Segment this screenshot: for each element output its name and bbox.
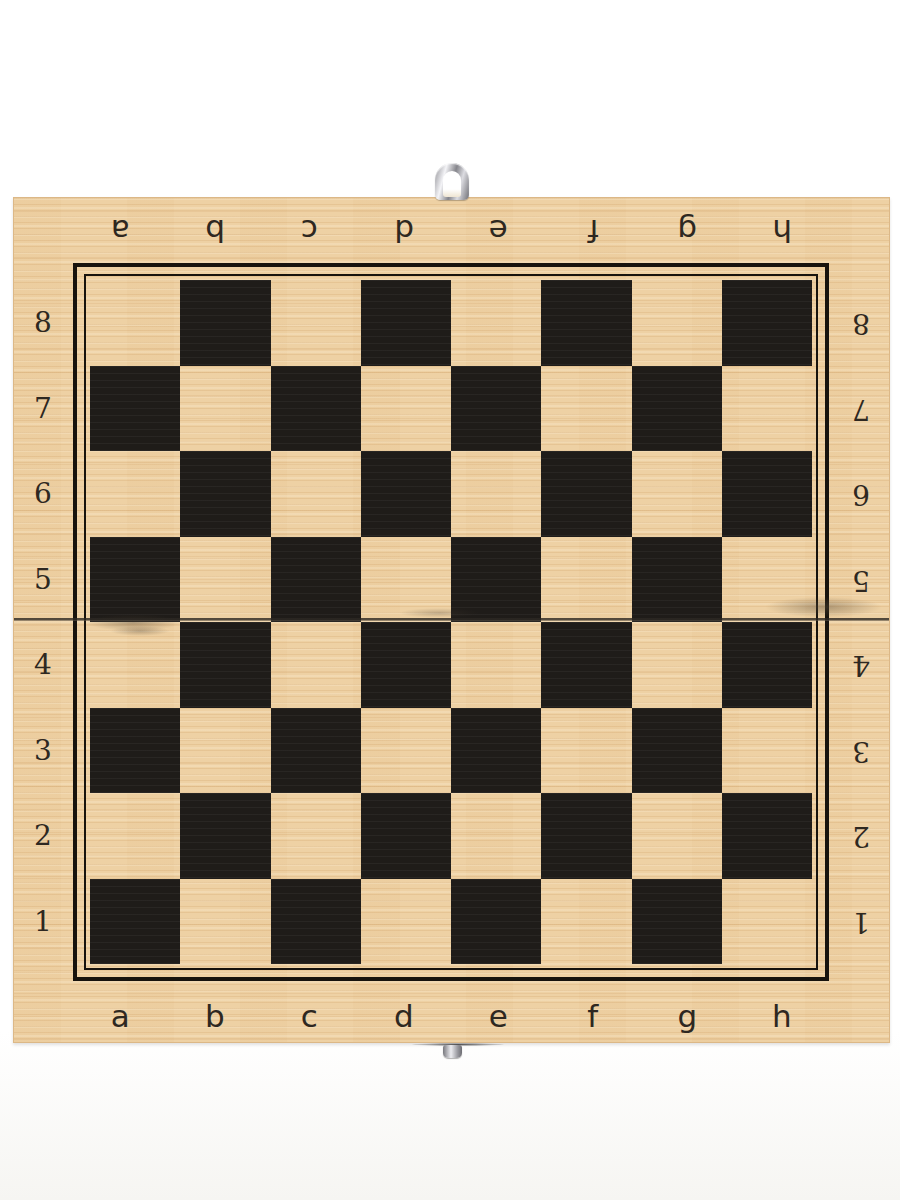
square-h2 bbox=[722, 793, 812, 879]
file-label-bottom-b: b bbox=[168, 993, 263, 1039]
square-e4 bbox=[451, 622, 541, 708]
rank-label-left-7: 7 bbox=[22, 366, 64, 452]
rank-label-right-7: 7 bbox=[840, 366, 882, 452]
square-a7 bbox=[90, 366, 180, 452]
square-d3 bbox=[361, 708, 451, 794]
square-f6 bbox=[541, 451, 631, 537]
square-f5 bbox=[541, 537, 631, 623]
square-f8 bbox=[541, 280, 631, 366]
square-g6 bbox=[632, 451, 722, 537]
squares-grid bbox=[90, 280, 812, 964]
file-label-bottom-e: e bbox=[451, 993, 546, 1039]
square-h4 bbox=[722, 622, 812, 708]
square-g1 bbox=[632, 879, 722, 965]
square-h7 bbox=[722, 366, 812, 452]
square-a6 bbox=[90, 451, 180, 537]
square-d4 bbox=[361, 622, 451, 708]
file-labels-bottom: abcdefgh bbox=[73, 993, 829, 1039]
clasp-hole bbox=[443, 171, 461, 197]
square-e7 bbox=[451, 366, 541, 452]
file-label-bottom-f: f bbox=[546, 993, 641, 1039]
square-h6 bbox=[722, 451, 812, 537]
square-d8 bbox=[361, 280, 451, 366]
rank-labels-left: 87654321 bbox=[22, 280, 64, 964]
square-g2 bbox=[632, 793, 722, 879]
file-label-top-d: d bbox=[357, 208, 452, 254]
rank-label-right-1: 1 bbox=[840, 879, 882, 965]
square-e2 bbox=[451, 793, 541, 879]
rank-labels-right: 87654321 bbox=[840, 280, 882, 964]
metal-clasp-loop bbox=[433, 163, 471, 200]
square-f2 bbox=[541, 793, 631, 879]
file-label-top-h: h bbox=[735, 208, 830, 254]
square-g7 bbox=[632, 366, 722, 452]
fold-seam bbox=[14, 618, 889, 621]
file-label-top-e: e bbox=[451, 208, 546, 254]
metal-clasp-pin bbox=[443, 1045, 462, 1058]
file-label-top-c: c bbox=[262, 208, 357, 254]
rank-label-right-4: 4 bbox=[840, 622, 882, 708]
rank-label-right-2: 2 bbox=[840, 793, 882, 879]
rank-label-left-6: 6 bbox=[22, 451, 64, 537]
square-a1 bbox=[90, 879, 180, 965]
file-label-bottom-g: g bbox=[640, 993, 735, 1039]
rank-label-left-4: 4 bbox=[22, 622, 64, 708]
square-f4 bbox=[541, 622, 631, 708]
square-a3 bbox=[90, 708, 180, 794]
square-b4 bbox=[180, 622, 270, 708]
square-c1 bbox=[271, 879, 361, 965]
square-f3 bbox=[541, 708, 631, 794]
rank-label-right-5: 5 bbox=[840, 537, 882, 623]
file-label-bottom-h: h bbox=[735, 993, 830, 1039]
square-b2 bbox=[180, 793, 270, 879]
square-b7 bbox=[180, 366, 270, 452]
rank-label-left-5: 5 bbox=[22, 537, 64, 623]
square-c7 bbox=[271, 366, 361, 452]
square-e8 bbox=[451, 280, 541, 366]
square-e1 bbox=[451, 879, 541, 965]
square-b1 bbox=[180, 879, 270, 965]
square-f1 bbox=[541, 879, 631, 965]
square-d7 bbox=[361, 366, 451, 452]
square-a2 bbox=[90, 793, 180, 879]
file-label-top-f: f bbox=[546, 208, 641, 254]
square-e6 bbox=[451, 451, 541, 537]
file-labels-top: abcdefgh bbox=[73, 208, 829, 254]
rank-label-right-6: 6 bbox=[840, 451, 882, 537]
square-g4 bbox=[632, 622, 722, 708]
square-h3 bbox=[722, 708, 812, 794]
rank-label-left-1: 1 bbox=[22, 879, 64, 965]
square-b5 bbox=[180, 537, 270, 623]
square-c4 bbox=[271, 622, 361, 708]
square-b8 bbox=[180, 280, 270, 366]
rank-label-left-3: 3 bbox=[22, 708, 64, 794]
square-d1 bbox=[361, 879, 451, 965]
square-g5 bbox=[632, 537, 722, 623]
square-g8 bbox=[632, 280, 722, 366]
square-d2 bbox=[361, 793, 451, 879]
square-d6 bbox=[361, 451, 451, 537]
square-f7 bbox=[541, 366, 631, 452]
rank-label-left-2: 2 bbox=[22, 793, 64, 879]
file-label-top-a: a bbox=[73, 208, 168, 254]
square-c5 bbox=[271, 537, 361, 623]
square-d5 bbox=[361, 537, 451, 623]
product-photo-background: abcdefgh 87654321 87654321 abcdefgh bbox=[0, 0, 900, 1200]
rank-label-right-8: 8 bbox=[840, 280, 882, 366]
rank-label-right-3: 3 bbox=[840, 708, 882, 794]
square-a8 bbox=[90, 280, 180, 366]
square-e3 bbox=[451, 708, 541, 794]
square-h1 bbox=[722, 879, 812, 965]
file-label-top-g: g bbox=[640, 208, 735, 254]
square-a5 bbox=[90, 537, 180, 623]
file-label-top-b: b bbox=[168, 208, 263, 254]
square-b3 bbox=[180, 708, 270, 794]
rank-label-left-8: 8 bbox=[22, 280, 64, 366]
square-h5 bbox=[722, 537, 812, 623]
file-label-bottom-a: a bbox=[73, 993, 168, 1039]
square-g3 bbox=[632, 708, 722, 794]
square-h8 bbox=[722, 280, 812, 366]
square-c3 bbox=[271, 708, 361, 794]
square-a4 bbox=[90, 622, 180, 708]
file-label-bottom-c: c bbox=[262, 993, 357, 1039]
chess-board: abcdefgh 87654321 87654321 abcdefgh bbox=[13, 197, 890, 1043]
file-label-bottom-d: d bbox=[357, 993, 452, 1039]
square-c6 bbox=[271, 451, 361, 537]
square-c2 bbox=[271, 793, 361, 879]
square-c8 bbox=[271, 280, 361, 366]
square-b6 bbox=[180, 451, 270, 537]
square-e5 bbox=[451, 537, 541, 623]
